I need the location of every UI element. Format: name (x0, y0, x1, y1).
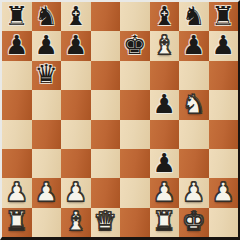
black-queen[interactable]: ♛ (35, 61, 58, 87)
square-b2[interactable]: ♟ (32, 178, 62, 207)
square-b1[interactable] (32, 208, 62, 237)
square-f6[interactable] (150, 61, 180, 90)
square-c6[interactable] (61, 61, 91, 90)
square-e1[interactable] (120, 208, 150, 237)
square-g6[interactable] (179, 61, 209, 90)
black-pawn[interactable]: ♟ (182, 32, 205, 58)
white-queen[interactable]: ♛ (94, 208, 117, 234)
square-e5[interactable] (120, 90, 150, 119)
square-a5[interactable] (2, 90, 32, 119)
square-c7[interactable]: ♟ (61, 31, 91, 60)
square-b7[interactable]: ♟ (32, 31, 62, 60)
black-bishop[interactable]: ♝ (64, 3, 87, 29)
square-h1[interactable] (209, 208, 239, 237)
square-b8[interactable]: ♞ (32, 2, 62, 31)
chess-board: ♜♞♝♝♞♜♟♟♟♚♝♟♟♛♟♞♟♟♟♟♟♟♟♜♝♛♜♚ (0, 0, 240, 240)
square-g7[interactable]: ♟ (179, 31, 209, 60)
white-rook[interactable]: ♜ (153, 208, 176, 234)
square-a4[interactable] (2, 120, 32, 149)
square-h5[interactable] (209, 90, 239, 119)
square-f3[interactable]: ♟ (150, 149, 180, 178)
square-d3[interactable] (91, 149, 121, 178)
square-a3[interactable] (2, 149, 32, 178)
black-pawn[interactable]: ♟ (212, 32, 235, 58)
square-g3[interactable] (179, 149, 209, 178)
white-knight[interactable]: ♞ (182, 91, 205, 117)
white-pawn[interactable]: ♟ (64, 179, 87, 205)
square-d8[interactable] (91, 2, 121, 31)
square-d6[interactable] (91, 61, 121, 90)
square-g5[interactable]: ♞ (179, 90, 209, 119)
square-c2[interactable]: ♟ (61, 178, 91, 207)
square-e8[interactable] (120, 2, 150, 31)
black-pawn[interactable]: ♟ (153, 150, 176, 176)
black-bishop[interactable]: ♝ (153, 3, 176, 29)
square-a7[interactable]: ♟ (2, 31, 32, 60)
white-pawn[interactable]: ♟ (153, 179, 176, 205)
square-e6[interactable] (120, 61, 150, 90)
black-pawn[interactable]: ♟ (64, 32, 87, 58)
white-bishop[interactable]: ♝ (64, 208, 87, 234)
white-king[interactable]: ♚ (182, 208, 205, 234)
square-f4[interactable] (150, 120, 180, 149)
square-d4[interactable] (91, 120, 121, 149)
square-f1[interactable]: ♜ (150, 208, 180, 237)
square-a6[interactable] (2, 61, 32, 90)
white-pawn[interactable]: ♟ (212, 179, 235, 205)
square-e7[interactable]: ♚ (120, 31, 150, 60)
black-rook[interactable]: ♜ (5, 3, 28, 29)
square-d1[interactable]: ♛ (91, 208, 121, 237)
black-pawn[interactable]: ♟ (5, 32, 28, 58)
square-c8[interactable]: ♝ (61, 2, 91, 31)
square-g8[interactable]: ♞ (179, 2, 209, 31)
square-f8[interactable]: ♝ (150, 2, 180, 31)
white-pawn[interactable]: ♟ (182, 179, 205, 205)
black-knight[interactable]: ♞ (35, 3, 58, 29)
square-h4[interactable] (209, 120, 239, 149)
black-king[interactable]: ♚ (123, 32, 146, 58)
square-b6[interactable]: ♛ (32, 61, 62, 90)
square-b5[interactable] (32, 90, 62, 119)
square-e2[interactable] (120, 178, 150, 207)
square-e4[interactable] (120, 120, 150, 149)
square-b4[interactable] (32, 120, 62, 149)
square-f5[interactable]: ♟ (150, 90, 180, 119)
square-h7[interactable]: ♟ (209, 31, 239, 60)
square-g4[interactable] (179, 120, 209, 149)
square-d2[interactable] (91, 178, 121, 207)
white-rook[interactable]: ♜ (5, 208, 28, 234)
square-d7[interactable] (91, 31, 121, 60)
square-d5[interactable] (91, 90, 121, 119)
square-a1[interactable]: ♜ (2, 208, 32, 237)
black-knight[interactable]: ♞ (182, 3, 205, 29)
square-h2[interactable]: ♟ (209, 178, 239, 207)
square-h3[interactable] (209, 149, 239, 178)
square-c5[interactable] (61, 90, 91, 119)
square-g1[interactable]: ♚ (179, 208, 209, 237)
white-pawn[interactable]: ♟ (5, 179, 28, 205)
square-a2[interactable]: ♟ (2, 178, 32, 207)
square-f2[interactable]: ♟ (150, 178, 180, 207)
black-pawn[interactable]: ♟ (35, 32, 58, 58)
white-pawn[interactable]: ♟ (35, 179, 58, 205)
square-c3[interactable] (61, 149, 91, 178)
white-bishop[interactable]: ♝ (153, 32, 176, 58)
square-g2[interactable]: ♟ (179, 178, 209, 207)
black-pawn[interactable]: ♟ (153, 91, 176, 117)
square-c4[interactable] (61, 120, 91, 149)
square-f7[interactable]: ♝ (150, 31, 180, 60)
square-c1[interactable]: ♝ (61, 208, 91, 237)
square-b3[interactable] (32, 149, 62, 178)
square-h8[interactable]: ♜ (209, 2, 239, 31)
square-e3[interactable] (120, 149, 150, 178)
square-a8[interactable]: ♜ (2, 2, 32, 31)
square-h6[interactable] (209, 61, 239, 90)
black-rook[interactable]: ♜ (212, 3, 235, 29)
